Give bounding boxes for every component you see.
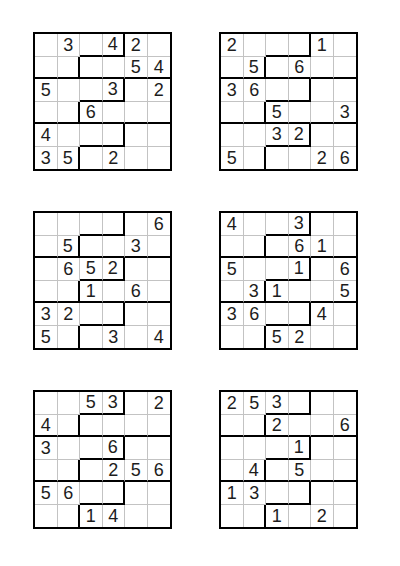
puzzle-2-cell-r1c4[interactable] — [289, 34, 312, 57]
puzzle-3-cell-r6c6: 4 — [148, 326, 171, 349]
puzzle-sheet: 3425453264352 2156365332526 653652163253… — [0, 0, 400, 566]
puzzle-5-cell-r4c3[interactable] — [80, 460, 103, 483]
puzzle-5-cell-r2c3[interactable] — [80, 415, 103, 438]
puzzle-6-cell-r2c5[interactable] — [311, 415, 334, 438]
puzzle-5-cell-r4c2[interactable] — [58, 460, 81, 483]
puzzle-6-cell-r3c4: 1 — [289, 437, 312, 460]
puzzle-6-cell-r2c3: 2 — [266, 415, 289, 438]
puzzle-2-cell-r1c5: 1 — [311, 34, 334, 57]
puzzle-6-cell-r2c1[interactable] — [221, 415, 244, 438]
puzzle-3-cell-r2c3[interactable] — [80, 236, 103, 259]
puzzle-4-cell-r2c6[interactable] — [334, 236, 357, 259]
puzzle-1-cell-r6c6[interactable] — [148, 147, 171, 170]
puzzle-6-cell-r6c1[interactable] — [221, 505, 244, 528]
puzzle-4-cell-r4c3: 1 — [266, 281, 289, 304]
puzzle-4-cell-r5c5: 4 — [311, 303, 334, 326]
puzzle-board-4: 436151631536452 — [219, 211, 358, 350]
puzzle-5-cell-r3c4: 6 — [103, 437, 126, 460]
puzzle-4-cell-r3c5[interactable] — [311, 258, 334, 281]
puzzle-1-cell-r6c3[interactable] — [80, 147, 103, 170]
puzzle-5-cell-r3c6[interactable] — [148, 437, 171, 460]
puzzle-2-cell-r5c2[interactable] — [244, 124, 267, 147]
puzzle-1-cell-r3c1: 5 — [35, 79, 58, 102]
puzzle-5-cell-r5c5[interactable] — [125, 482, 148, 505]
puzzle-5-cell-r5c2: 6 — [58, 482, 81, 505]
puzzle-2-cell-r2c5[interactable] — [311, 57, 334, 80]
puzzle-sheet-layout: 3425453264352 2156365332526 653652163253… — [33, 32, 358, 529]
puzzle-6-cell-r1c1: 2 — [221, 392, 244, 415]
puzzle-2-cell-r3c4[interactable] — [289, 79, 312, 102]
puzzle-1-cell-r2c6: 4 — [148, 57, 171, 80]
puzzle-3-cell-r3c4: 2 — [103, 258, 126, 281]
puzzle-3-cell-r5c5[interactable] — [125, 303, 148, 326]
puzzle-2-cell-r2c6[interactable] — [334, 57, 357, 80]
puzzle-2-cell-r2c3[interactable] — [266, 57, 289, 80]
puzzle-4-cell-r6c4: 2 — [289, 326, 312, 349]
puzzle-1-cell-r2c2[interactable] — [58, 57, 81, 80]
puzzle-2-cell-r4c1[interactable] — [221, 102, 244, 125]
puzzle-board-5: 5324362565614 — [33, 390, 172, 529]
puzzle-5-cell-r1c4: 3 — [103, 392, 126, 415]
puzzle-4-cell-r6c5[interactable] — [311, 326, 334, 349]
puzzle-1-cell-r6c2: 5 — [58, 147, 81, 170]
puzzle-2-cell-r3c5[interactable] — [311, 79, 334, 102]
puzzle-6-cell-r4c4: 5 — [289, 460, 312, 483]
puzzle-5-cell-r6c1[interactable] — [35, 505, 58, 528]
puzzle-6-cell-r4c1[interactable] — [221, 460, 244, 483]
puzzle-2-cell-r6c6: 6 — [334, 147, 357, 170]
puzzle-3-cell-r6c2[interactable] — [58, 326, 81, 349]
puzzle-6-cell-r2c6: 6 — [334, 415, 357, 438]
puzzle-6-cell-r1c3: 3 — [266, 392, 289, 415]
puzzle-2-cell-r1c3[interactable] — [266, 34, 289, 57]
puzzle-3-cell-r2c5: 3 — [125, 236, 148, 259]
puzzle-1-cell-r4c2[interactable] — [58, 102, 81, 125]
puzzle-6-cell-r2c2[interactable] — [244, 415, 267, 438]
puzzle-1-cell-r2c3[interactable] — [80, 57, 103, 80]
puzzle-5-cell-r1c6: 2 — [148, 392, 171, 415]
puzzle-6-cell-r1c4[interactable] — [289, 392, 312, 415]
puzzle-3-cell-r4c6[interactable] — [148, 281, 171, 304]
puzzle-3-cell-r4c3: 1 — [80, 281, 103, 304]
puzzle-5-cell-r3c2[interactable] — [58, 437, 81, 460]
puzzle-1-cell-r5c4[interactable] — [103, 124, 126, 147]
puzzle-3-cell-r2c4[interactable] — [103, 236, 126, 259]
puzzle-2-cell-r6c5: 2 — [311, 147, 334, 170]
puzzle-6-cell-r5c6[interactable] — [334, 482, 357, 505]
puzzle-5-cell-r5c6[interactable] — [148, 482, 171, 505]
puzzle-6-cell-r4c3[interactable] — [266, 460, 289, 483]
puzzle-3-cell-r5c3[interactable] — [80, 303, 103, 326]
puzzle-6-cell-r5c4[interactable] — [289, 482, 312, 505]
puzzle-1-cell-r4c4[interactable] — [103, 102, 126, 125]
puzzle-4-cell-r4c5[interactable] — [311, 281, 334, 304]
puzzle-2-cell-r2c1[interactable] — [221, 57, 244, 80]
puzzle-1-cell-r3c3[interactable] — [80, 79, 103, 102]
puzzle-4-cell-r4c4[interactable] — [289, 281, 312, 304]
puzzle-3-cell-r6c3[interactable] — [80, 326, 103, 349]
puzzle-4-cell-r1c6[interactable] — [334, 213, 357, 236]
puzzle-2-cell-r4c6: 3 — [334, 102, 357, 125]
puzzle-4-cell-r5c4[interactable] — [289, 303, 312, 326]
puzzle-3-cell-r4c4[interactable] — [103, 281, 126, 304]
puzzle-4-cell-r3c4: 1 — [289, 258, 312, 281]
puzzle-3-cell-r3c2: 6 — [58, 258, 81, 281]
puzzle-5-cell-r2c5[interactable] — [125, 415, 148, 438]
puzzle-6-cell-r3c1[interactable] — [221, 437, 244, 460]
puzzle-3-cell-r3c5[interactable] — [125, 258, 148, 281]
puzzle-3-cell-r6c4: 3 — [103, 326, 126, 349]
puzzle-2-cell-r2c2: 5 — [244, 57, 267, 80]
puzzle-5-cell-r1c1[interactable] — [35, 392, 58, 415]
puzzle-5-cell-r6c2[interactable] — [58, 505, 81, 528]
puzzle-6-cell-r4c6[interactable] — [334, 460, 357, 483]
puzzle-5-cell-r4c6: 6 — [148, 460, 171, 483]
puzzle-1-cell-r3c5[interactable] — [125, 79, 148, 102]
puzzle-6-cell-r5c3[interactable] — [266, 482, 289, 505]
puzzle-1-cell-r1c2: 3 — [58, 34, 81, 57]
puzzle-2-cell-r5c4: 2 — [289, 124, 312, 147]
puzzle-1-cell-r4c5[interactable] — [125, 102, 148, 125]
puzzle-1-cell-r6c1: 3 — [35, 147, 58, 170]
puzzle-2-cell-r3c3[interactable] — [266, 79, 289, 102]
puzzle-2-cell-r4c2[interactable] — [244, 102, 267, 125]
puzzle-5-cell-r1c3: 5 — [80, 392, 103, 415]
puzzle-5-cell-r2c6[interactable] — [148, 415, 171, 438]
puzzle-2-cell-r1c6[interactable] — [334, 34, 357, 57]
puzzle-3-cell-r4c2[interactable] — [58, 281, 81, 304]
puzzle-1-cell-r1c4: 4 — [103, 34, 126, 57]
puzzle-4-cell-r1c3[interactable] — [266, 213, 289, 236]
puzzle-2-cell-r2c4: 6 — [289, 57, 312, 80]
puzzle-5-cell-r3c1: 3 — [35, 437, 58, 460]
puzzle-6-cell-r6c4[interactable] — [289, 505, 312, 528]
puzzle-3-cell-r2c2: 5 — [58, 236, 81, 259]
puzzle-1-cell-r3c2[interactable] — [58, 79, 81, 102]
puzzle-1-cell-r5c3[interactable] — [80, 124, 103, 147]
puzzle-4-cell-r1c4: 3 — [289, 213, 312, 236]
puzzle-4-cell-r6c1[interactable] — [221, 326, 244, 349]
puzzle-5-cell-r3c5[interactable] — [125, 437, 148, 460]
puzzle-4-cell-r5c6[interactable] — [334, 303, 357, 326]
puzzle-4-cell-r1c1: 4 — [221, 213, 244, 236]
puzzle-2-cell-r5c5[interactable] — [311, 124, 334, 147]
puzzle-3-cell-r3c6[interactable] — [148, 258, 171, 281]
puzzle-2-cell-r4c5[interactable] — [311, 102, 334, 125]
puzzle-4-cell-r5c3[interactable] — [266, 303, 289, 326]
puzzle-3-cell-r4c1[interactable] — [35, 281, 58, 304]
puzzle-4-cell-r3c2[interactable] — [244, 258, 267, 281]
puzzle-1-cell-r5c2[interactable] — [58, 124, 81, 147]
puzzle-5-cell-r1c2[interactable] — [58, 392, 81, 415]
puzzle-5-cell-r5c4[interactable] — [103, 482, 126, 505]
puzzle-2-cell-r5c1[interactable] — [221, 124, 244, 147]
puzzle-3-cell-r6c5[interactable] — [125, 326, 148, 349]
puzzle-5-cell-r6c4: 4 — [103, 505, 126, 528]
puzzle-6-cell-r3c6[interactable] — [334, 437, 357, 460]
puzzle-2-cell-r1c1: 2 — [221, 34, 244, 57]
puzzle-1-cell-r3c6: 2 — [148, 79, 171, 102]
puzzle-5-cell-r2c1: 4 — [35, 415, 58, 438]
puzzle-6-cell-r5c1: 1 — [221, 482, 244, 505]
puzzle-5-cell-r4c1[interactable] — [35, 460, 58, 483]
puzzle-1-cell-r1c1[interactable] — [35, 34, 58, 57]
puzzle-board-3: 6536521632534 — [33, 211, 172, 350]
puzzle-6-cell-r5c5[interactable] — [311, 482, 334, 505]
puzzle-4-cell-r6c6[interactable] — [334, 326, 357, 349]
puzzle-1-cell-r5c1: 4 — [35, 124, 58, 147]
puzzle-3-cell-r5c6[interactable] — [148, 303, 171, 326]
puzzle-6-cell-r1c5[interactable] — [311, 392, 334, 415]
puzzle-5-cell-r3c3[interactable] — [80, 437, 103, 460]
puzzle-6-cell-r3c2[interactable] — [244, 437, 267, 460]
puzzle-2-cell-r4c3: 5 — [266, 102, 289, 125]
puzzle-1-cell-r5c5[interactable] — [125, 124, 148, 147]
puzzle-3-cell-r6c1: 5 — [35, 326, 58, 349]
puzzle-5-cell-r5c3[interactable] — [80, 482, 103, 505]
puzzle-4-cell-r2c3[interactable] — [266, 236, 289, 259]
puzzle-6-cell-r6c2[interactable] — [244, 505, 267, 528]
puzzle-2-cell-r6c1: 5 — [221, 147, 244, 170]
puzzle-3-cell-r2c6[interactable] — [148, 236, 171, 259]
puzzle-1-cell-r5c6[interactable] — [148, 124, 171, 147]
puzzle-4-cell-r5c2: 6 — [244, 303, 267, 326]
puzzle-5-cell-r6c5[interactable] — [125, 505, 148, 528]
puzzle-1-cell-r2c5: 5 — [125, 57, 148, 80]
puzzle-4-cell-r1c2[interactable] — [244, 213, 267, 236]
puzzle-6-cell-r2c4[interactable] — [289, 415, 312, 438]
puzzle-2-cell-r6c2[interactable] — [244, 147, 267, 170]
puzzle-3-cell-r5c4[interactable] — [103, 303, 126, 326]
puzzle-5-cell-r1c5[interactable] — [125, 392, 148, 415]
puzzle-3-cell-r5c1: 3 — [35, 303, 58, 326]
puzzle-4-cell-r4c2: 3 — [244, 281, 267, 304]
puzzle-2-cell-r5c3: 3 — [266, 124, 289, 147]
puzzle-5-cell-r2c4[interactable] — [103, 415, 126, 438]
puzzle-3-cell-r1c2[interactable] — [58, 213, 81, 236]
puzzle-1-cell-r1c5: 2 — [125, 34, 148, 57]
puzzle-3-cell-r1c6: 6 — [148, 213, 171, 236]
puzzle-6-cell-r4c5[interactable] — [311, 460, 334, 483]
puzzle-6-cell-r3c3[interactable] — [266, 437, 289, 460]
puzzle-3-cell-r1c5[interactable] — [125, 213, 148, 236]
puzzle-2-cell-r3c6[interactable] — [334, 79, 357, 102]
puzzle-2-cell-r5c6[interactable] — [334, 124, 357, 147]
puzzle-4-cell-r2c1[interactable] — [221, 236, 244, 259]
puzzle-3-cell-r1c3[interactable] — [80, 213, 103, 236]
puzzle-6-cell-r5c2: 3 — [244, 482, 267, 505]
puzzle-3-cell-r1c4[interactable] — [103, 213, 126, 236]
puzzle-6-cell-r4c2: 4 — [244, 460, 267, 483]
puzzle-4-cell-r6c2[interactable] — [244, 326, 267, 349]
puzzle-1-cell-r6c4: 2 — [103, 147, 126, 170]
puzzle-6-cell-r6c5: 2 — [311, 505, 334, 528]
puzzle-4-cell-r6c3: 5 — [266, 326, 289, 349]
puzzle-2-cell-r4c4[interactable] — [289, 102, 312, 125]
puzzle-4-cell-r2c2[interactable] — [244, 236, 267, 259]
puzzle-3-cell-r3c3: 5 — [80, 258, 103, 281]
puzzle-3-cell-r4c5: 6 — [125, 281, 148, 304]
puzzle-1-cell-r2c4[interactable] — [103, 57, 126, 80]
puzzle-1-cell-r1c3[interactable] — [80, 34, 103, 57]
puzzle-2-cell-r1c2[interactable] — [244, 34, 267, 57]
puzzle-6-cell-r6c6[interactable] — [334, 505, 357, 528]
puzzle-5-cell-r6c3: 1 — [80, 505, 103, 528]
puzzle-3-cell-r2c1[interactable] — [35, 236, 58, 259]
puzzle-6-cell-r6c3: 1 — [266, 505, 289, 528]
puzzle-board-6: 253261451312 — [219, 390, 358, 529]
puzzle-3-cell-r5c2: 2 — [58, 303, 81, 326]
puzzle-4-cell-r1c5[interactable] — [311, 213, 334, 236]
puzzle-4-cell-r2c4: 6 — [289, 236, 312, 259]
puzzle-5-cell-r6c6[interactable] — [148, 505, 171, 528]
puzzle-4-cell-r3c1: 5 — [221, 258, 244, 281]
puzzle-1-cell-r4c3: 6 — [80, 102, 103, 125]
puzzle-board-2: 2156365332526 — [219, 32, 358, 171]
puzzle-2-cell-r3c2: 6 — [244, 79, 267, 102]
puzzle-4-cell-r3c3[interactable] — [266, 258, 289, 281]
puzzle-3-cell-r1c1[interactable] — [35, 213, 58, 236]
puzzle-2-cell-r6c3[interactable] — [266, 147, 289, 170]
puzzle-5-cell-r2c2[interactable] — [58, 415, 81, 438]
puzzle-6-cell-r3c5[interactable] — [311, 437, 334, 460]
puzzle-5-cell-r5c1: 5 — [35, 482, 58, 505]
puzzle-4-cell-r5c1: 3 — [221, 303, 244, 326]
puzzle-4-cell-r4c1[interactable] — [221, 281, 244, 304]
puzzle-5-cell-r4c4: 2 — [103, 460, 126, 483]
puzzle-1-cell-r4c1[interactable] — [35, 102, 58, 125]
puzzle-board-1: 3425453264352 — [33, 32, 172, 171]
puzzle-1-cell-r2c1[interactable] — [35, 57, 58, 80]
puzzle-4-cell-r4c6: 5 — [334, 281, 357, 304]
puzzle-2-cell-r6c4[interactable] — [289, 147, 312, 170]
puzzle-4-cell-r2c5: 1 — [311, 236, 334, 259]
puzzle-1-cell-r1c6[interactable] — [148, 34, 171, 57]
puzzle-6-cell-r1c6[interactable] — [334, 392, 357, 415]
puzzle-1-cell-r6c5[interactable] — [125, 147, 148, 170]
puzzle-6-cell-r1c2: 5 — [244, 392, 267, 415]
puzzle-5-cell-r4c5: 5 — [125, 460, 148, 483]
puzzle-2-cell-r3c1: 3 — [221, 79, 244, 102]
puzzle-1-cell-r4c6[interactable] — [148, 102, 171, 125]
puzzle-4-cell-r3c6: 6 — [334, 258, 357, 281]
puzzle-3-cell-r3c1[interactable] — [35, 258, 58, 281]
puzzle-1-cell-r3c4: 3 — [103, 79, 126, 102]
